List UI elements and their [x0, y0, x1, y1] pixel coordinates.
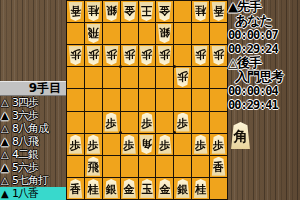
board-cell-4九[interactable]: 金 [156, 178, 173, 199]
board-cell-8七[interactable]: 歩 [85, 134, 102, 155]
board-cell-6五[interactable] [121, 89, 138, 110]
player-info-panel: ▲先手 あなた 00:00:07 00:29:24 △後手 入門思考 00:00… [228, 0, 300, 112]
board-cell-6九[interactable]: 金 [121, 178, 138, 199]
shogi-piece-sente: 金 [122, 179, 137, 198]
shogi-piece-sente: 歩 [68, 135, 83, 154]
shogi-piece-gote: 銀 [157, 24, 172, 43]
shogi-piece-gote: 歩 [193, 46, 208, 65]
shogi-piece-gote: 歩 [175, 68, 190, 87]
shogi-piece-sente: 歩 [193, 135, 208, 154]
board-cell-5六[interactable]: 歩 [139, 112, 156, 133]
board-cell-4六[interactable] [156, 112, 173, 133]
shogi-piece-sente: 香 [211, 157, 226, 176]
shogi-piece-gote: 桂 [193, 2, 208, 21]
board-cell-5七[interactable]: 角 [139, 134, 156, 155]
board-cell-6八[interactable] [121, 156, 138, 177]
move-side-mark: ▲ [1, 161, 12, 174]
board-cell-8八[interactable]: 飛 [85, 156, 102, 177]
hoshi-dot [119, 131, 122, 134]
move-side-mark: ▲ [1, 109, 12, 122]
board-cell-9八[interactable] [67, 156, 84, 177]
board-cell-4二[interactable]: 銀 [156, 23, 173, 44]
board-cell-4七[interactable]: 歩 [156, 134, 173, 155]
board-cell-3四[interactable]: 歩 [174, 67, 191, 88]
board-cell-4一[interactable]: 金 [156, 1, 173, 22]
shogi-piece-gote: 桂 [86, 2, 101, 21]
move-text: 4二銀 [12, 148, 38, 161]
shogi-piece-sente: 桂 [193, 179, 208, 198]
shogi-piece-gote: 金 [157, 2, 172, 21]
move-list-item[interactable]: △3四歩 [0, 96, 66, 109]
move-text: 3六歩 [12, 109, 38, 122]
board-cell-2九[interactable]: 桂 [192, 178, 209, 199]
board-cell-3三[interactable] [174, 45, 191, 66]
board-cell-4四[interactable] [156, 67, 173, 88]
board-cell-4八[interactable] [156, 156, 173, 177]
board-cell-1五[interactable] [210, 89, 227, 110]
shogi-piece-gote: 銀 [104, 2, 119, 21]
board-cell-3一[interactable] [174, 1, 191, 22]
board-cell-7一[interactable]: 銀 [103, 1, 120, 22]
shogi-piece-sente: 歩 [139, 113, 154, 132]
shogi-piece-sente: 銀 [175, 179, 190, 198]
shogi-piece-gote: 歩 [104, 46, 119, 65]
shogi-piece-gote: 香 [68, 2, 83, 21]
move-list-item[interactable]: ▲5六歩 [0, 161, 66, 174]
board-cell-2四[interactable] [192, 67, 209, 88]
hoshi-dot [173, 131, 176, 134]
shogi-piece-sente: 歩 [211, 135, 226, 154]
shogi-piece-sente: 歩 [175, 113, 190, 132]
move-side-mark: △ [1, 174, 12, 187]
shogi-piece-gote: 歩 [139, 46, 154, 65]
board-cell-8四[interactable] [85, 67, 102, 88]
board-cell-8九[interactable]: 桂 [85, 178, 102, 199]
shogi-piece-sente: 歩 [104, 113, 119, 132]
move-side-mark: ▲ [1, 135, 12, 148]
board-cell-2一[interactable]: 桂 [192, 1, 209, 22]
board-cell-9四[interactable] [67, 67, 84, 88]
board-cell-1三[interactable]: 歩 [210, 45, 227, 66]
move-text: 5六歩 [12, 161, 38, 174]
board-cell-8一[interactable]: 桂 [85, 1, 102, 22]
board-cell-3八[interactable] [174, 156, 191, 177]
shogi-piece-gote: 王 [139, 2, 154, 21]
hoshi-dot [119, 65, 122, 68]
board-cell-5一[interactable]: 王 [139, 1, 156, 22]
move-list-item[interactable]: ▲3六歩 [0, 109, 66, 122]
shogi-piece-sente: 香 [68, 179, 83, 198]
board-cell-7八[interactable] [103, 156, 120, 177]
board-cell-2五[interactable] [192, 89, 209, 110]
board-cell-4三[interactable]: 歩 [156, 45, 173, 66]
move-list-item[interactable]: △4二銀 [0, 148, 66, 161]
board-cell-7三[interactable]: 歩 [103, 45, 120, 66]
board-cell-6二[interactable] [121, 23, 138, 44]
board-cell-9九[interactable]: 香 [67, 178, 84, 199]
board-cell-2六[interactable] [192, 112, 209, 133]
board-cell-1九[interactable] [210, 178, 227, 199]
board-cell-3二[interactable] [174, 23, 191, 44]
board-cell-8二[interactable]: 飛 [85, 23, 102, 44]
move-side-mark: △ [1, 148, 12, 161]
board-cell-6四[interactable] [121, 67, 138, 88]
board-cell-5三[interactable]: 歩 [139, 45, 156, 66]
move-text: 1八香 [12, 187, 38, 200]
sente-name: あなた [228, 14, 300, 28]
board-cell-3五[interactable] [174, 89, 191, 110]
move-text: 3四歩 [12, 96, 38, 109]
board-cell-2八[interactable] [192, 156, 209, 177]
move-list: △3四歩▲3六歩△8八角成▲8八飛△4二銀▲5六歩△5七角打▲1八香 [0, 96, 66, 200]
shogi-piece-sente: 金 [157, 179, 172, 198]
board-cell-9二[interactable] [67, 23, 84, 44]
board-cell-2七[interactable]: 歩 [192, 134, 209, 155]
board-cell-1七[interactable]: 歩 [210, 134, 227, 155]
sente-total-clock: 00:29:24 [228, 42, 300, 56]
board-cell-5四[interactable] [139, 67, 156, 88]
shogi-piece-gote: 歩 [157, 46, 172, 65]
board-cell-5二[interactable] [139, 23, 156, 44]
move-list-item[interactable]: ▲1八香 [0, 187, 66, 200]
shogi-piece-sente: 歩 [122, 135, 137, 154]
shogi-piece-gote: 歩 [211, 46, 226, 65]
board-cell-9五[interactable] [67, 89, 84, 110]
board-cell-8五[interactable] [85, 89, 102, 110]
board-cell-1八[interactable]: 香 [210, 156, 227, 177]
board-cell-1四[interactable] [210, 67, 227, 88]
board-cell-7二[interactable] [103, 23, 120, 44]
board-cell-7六[interactable]: 歩 [103, 112, 120, 133]
board-cell-1二[interactable] [210, 23, 227, 44]
board-cell-3七[interactable] [174, 134, 191, 155]
board-cell-6七[interactable]: 歩 [121, 134, 138, 155]
board-cell-6一[interactable]: 金 [121, 1, 138, 22]
move-side-mark: ▲ [1, 187, 12, 200]
board-cell-7四[interactable] [103, 67, 120, 88]
board-cell-9六[interactable] [67, 112, 84, 133]
shogi-piece-sente: 桂 [86, 179, 101, 198]
board-cell-1六[interactable] [210, 112, 227, 133]
shogi-piece-gote: 香 [211, 2, 226, 21]
move-side-mark: △ [1, 122, 12, 135]
board-cell-8三[interactable]: 歩 [85, 45, 102, 66]
move-list-item[interactable]: ▲8八飛 [0, 135, 66, 148]
shogi-piece-sente: 銀 [104, 179, 119, 198]
shogi-piece-gote: 金 [122, 2, 137, 21]
shogi-piece-sente: 玉 [139, 179, 154, 198]
shogi-piece-gote: 歩 [68, 46, 83, 65]
board-cell-6六[interactable] [121, 112, 138, 133]
board-cell-3六[interactable]: 歩 [174, 112, 191, 133]
shogi-board: 香桂銀金王金桂香飛銀歩歩歩歩歩歩歩歩歩歩歩歩歩歩歩角歩歩歩飛香香桂銀金玉金銀桂 [66, 0, 228, 200]
board-cell-9七[interactable]: 歩 [67, 134, 84, 155]
move-text: 8八角成 [12, 122, 48, 135]
move-side-mark: △ [1, 96, 12, 109]
board-cell-2二[interactable] [192, 23, 209, 44]
board-cell-7九[interactable]: 銀 [103, 178, 120, 199]
gote-move-clock: 00:00:04 [228, 84, 300, 98]
board-cell-5八[interactable] [139, 156, 156, 177]
move-list-item[interactable]: △5七角打 [0, 174, 66, 187]
shogi-piece-sente: 飛 [86, 157, 101, 176]
hoshi-dot [173, 65, 176, 68]
board-cell-8六[interactable] [85, 112, 102, 133]
move-text: 5七角打 [12, 174, 48, 187]
shogi-piece-gote: 飛 [86, 24, 101, 43]
board-cell-1一[interactable]: 香 [210, 1, 227, 22]
shogi-piece-gote: 歩 [122, 46, 137, 65]
board-cell-7五[interactable] [103, 89, 120, 110]
shogi-piece-sente: 歩 [157, 135, 172, 154]
board-cell-5九[interactable]: 玉 [139, 178, 156, 199]
shogi-piece-gote: 歩 [86, 46, 101, 65]
move-number-header: 9手目 [0, 81, 66, 96]
shogi-piece-gote: 角 [139, 135, 154, 154]
board-cell-5五[interactable] [139, 89, 156, 110]
sente-move-clock: 00:00:07 [228, 28, 300, 42]
gote-total-clock: 00:29:41 [228, 98, 300, 112]
move-text: 8八飛 [12, 135, 38, 148]
board-cell-6三[interactable]: 歩 [121, 45, 138, 66]
board-cell-2三[interactable]: 歩 [192, 45, 209, 66]
board-cell-4五[interactable] [156, 89, 173, 110]
board-cell-7七[interactable] [103, 134, 120, 155]
move-list-item[interactable]: △8八角成 [0, 122, 66, 135]
shogi-piece-sente: 歩 [86, 135, 101, 154]
sente-role-label: ▲先手 [228, 0, 300, 14]
board-cell-9一[interactable]: 香 [67, 1, 84, 22]
gote-role-label: △後手 [228, 56, 300, 70]
board-cell-3九[interactable]: 銀 [174, 178, 191, 199]
board-cell-9三[interactable]: 歩 [67, 45, 84, 66]
gote-name: 入門思考 [228, 70, 300, 84]
